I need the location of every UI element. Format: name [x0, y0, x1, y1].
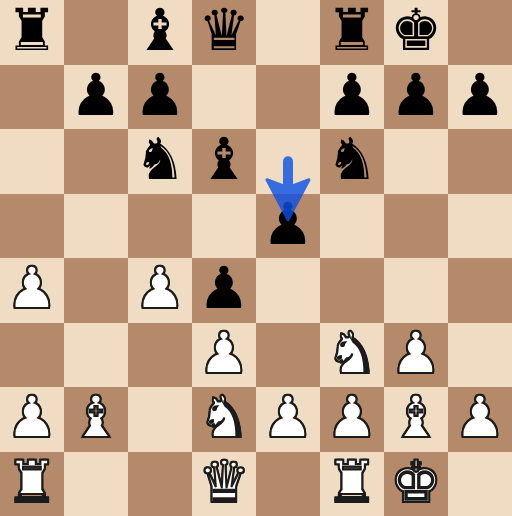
square-h3[interactable]: [448, 323, 512, 388]
square-e2[interactable]: ♟: [256, 387, 320, 452]
piece-white-pawn[interactable]: ♟: [390, 321, 442, 386]
square-e8[interactable]: [256, 0, 320, 65]
square-a5[interactable]: [0, 194, 64, 259]
piece-white-king[interactable]: ♚: [390, 450, 442, 515]
square-a2[interactable]: ♟: [0, 387, 64, 452]
piece-black-rook[interactable]: ♜: [6, 0, 58, 63]
square-e3[interactable]: [256, 323, 320, 388]
square-h2[interactable]: ♟: [448, 387, 512, 452]
piece-black-king[interactable]: ♚: [390, 0, 442, 63]
square-h7[interactable]: ♟: [448, 65, 512, 130]
piece-white-knight[interactable]: ♞: [198, 385, 250, 450]
piece-black-knight[interactable]: ♞: [134, 127, 186, 192]
piece-black-bishop[interactable]: ♝: [134, 0, 186, 63]
piece-black-pawn[interactable]: ♟: [390, 63, 442, 128]
square-f6[interactable]: ♞: [320, 129, 384, 194]
piece-white-rook[interactable]: ♜: [326, 450, 378, 515]
square-f8[interactable]: ♜: [320, 0, 384, 65]
square-d5[interactable]: [192, 194, 256, 259]
square-g2[interactable]: ♝: [384, 387, 448, 452]
piece-black-pawn[interactable]: ♟: [326, 63, 378, 128]
piece-white-pawn[interactable]: ♟: [454, 385, 506, 450]
square-b7[interactable]: ♟: [64, 65, 128, 130]
piece-white-pawn[interactable]: ♟: [6, 385, 58, 450]
square-a8[interactable]: ♜: [0, 0, 64, 65]
square-e4[interactable]: [256, 258, 320, 323]
piece-white-pawn[interactable]: ♟: [134, 256, 186, 321]
piece-black-pawn[interactable]: ♟: [198, 256, 250, 321]
square-g8[interactable]: ♚: [384, 0, 448, 65]
square-g5[interactable]: [384, 194, 448, 259]
square-d8[interactable]: ♛: [192, 0, 256, 65]
square-g1[interactable]: ♚: [384, 452, 448, 516]
square-a6[interactable]: [0, 129, 64, 194]
square-b4[interactable]: [64, 258, 128, 323]
square-c1[interactable]: [128, 452, 192, 516]
square-d4[interactable]: ♟: [192, 258, 256, 323]
square-f1[interactable]: ♜: [320, 452, 384, 516]
square-a3[interactable]: [0, 323, 64, 388]
square-d7[interactable]: [192, 65, 256, 130]
square-b1[interactable]: [64, 452, 128, 516]
square-f7[interactable]: ♟: [320, 65, 384, 130]
square-h8[interactable]: [448, 0, 512, 65]
square-b6[interactable]: [64, 129, 128, 194]
square-c6[interactable]: ♞: [128, 129, 192, 194]
piece-white-pawn[interactable]: ♟: [198, 321, 250, 386]
square-d3[interactable]: ♟: [192, 323, 256, 388]
square-g6[interactable]: [384, 129, 448, 194]
square-f3[interactable]: ♞: [320, 323, 384, 388]
square-c5[interactable]: [128, 194, 192, 259]
square-a4[interactable]: ♟: [0, 258, 64, 323]
square-a1[interactable]: ♜: [0, 452, 64, 516]
chess-app: ♜♝♛♜♚♟♟♟♟♟♞♝♞♟♟♟♟♟♞♟♟♝♞♟♟♝♟♜♛♜♚: [0, 0, 512, 516]
square-b5[interactable]: [64, 194, 128, 259]
piece-black-pawn[interactable]: ♟: [134, 63, 186, 128]
square-g4[interactable]: [384, 258, 448, 323]
piece-white-knight[interactable]: ♞: [326, 321, 378, 386]
piece-white-rook[interactable]: ♜: [6, 450, 58, 515]
square-h6[interactable]: [448, 129, 512, 194]
square-f2[interactable]: ♟: [320, 387, 384, 452]
square-g3[interactable]: ♟: [384, 323, 448, 388]
piece-black-knight[interactable]: ♞: [326, 127, 378, 192]
chess-board[interactable]: ♜♝♛♜♚♟♟♟♟♟♞♝♞♟♟♟♟♟♞♟♟♝♞♟♟♝♟♜♛♜♚: [0, 0, 512, 516]
square-g7[interactable]: ♟: [384, 65, 448, 130]
square-e5[interactable]: ♟: [256, 194, 320, 259]
square-e1[interactable]: [256, 452, 320, 516]
square-d6[interactable]: ♝: [192, 129, 256, 194]
square-b3[interactable]: [64, 323, 128, 388]
square-e6[interactable]: [256, 129, 320, 194]
square-h1[interactable]: [448, 452, 512, 516]
square-e7[interactable]: [256, 65, 320, 130]
piece-black-queen[interactable]: ♛: [198, 0, 250, 63]
piece-black-rook[interactable]: ♜: [326, 0, 378, 63]
square-c7[interactable]: ♟: [128, 65, 192, 130]
square-h5[interactable]: [448, 194, 512, 259]
piece-white-pawn[interactable]: ♟: [326, 385, 378, 450]
piece-black-pawn[interactable]: ♟: [262, 192, 314, 257]
square-f5[interactable]: [320, 194, 384, 259]
square-f4[interactable]: [320, 258, 384, 323]
piece-white-pawn[interactable]: ♟: [262, 385, 314, 450]
piece-white-bishop[interactable]: ♝: [70, 385, 122, 450]
square-b2[interactable]: ♝: [64, 387, 128, 452]
square-d2[interactable]: ♞: [192, 387, 256, 452]
square-c2[interactable]: [128, 387, 192, 452]
square-c3[interactable]: [128, 323, 192, 388]
square-a7[interactable]: [0, 65, 64, 130]
piece-black-pawn[interactable]: ♟: [454, 63, 506, 128]
square-c4[interactable]: ♟: [128, 258, 192, 323]
piece-white-pawn[interactable]: ♟: [6, 256, 58, 321]
square-d1[interactable]: ♛: [192, 452, 256, 516]
square-b8[interactable]: [64, 0, 128, 65]
piece-white-queen[interactable]: ♛: [198, 450, 250, 515]
piece-white-bishop[interactable]: ♝: [390, 385, 442, 450]
square-c8[interactable]: ♝: [128, 0, 192, 65]
piece-black-bishop[interactable]: ♝: [198, 127, 250, 192]
piece-black-pawn[interactable]: ♟: [70, 63, 122, 128]
square-h4[interactable]: [448, 258, 512, 323]
